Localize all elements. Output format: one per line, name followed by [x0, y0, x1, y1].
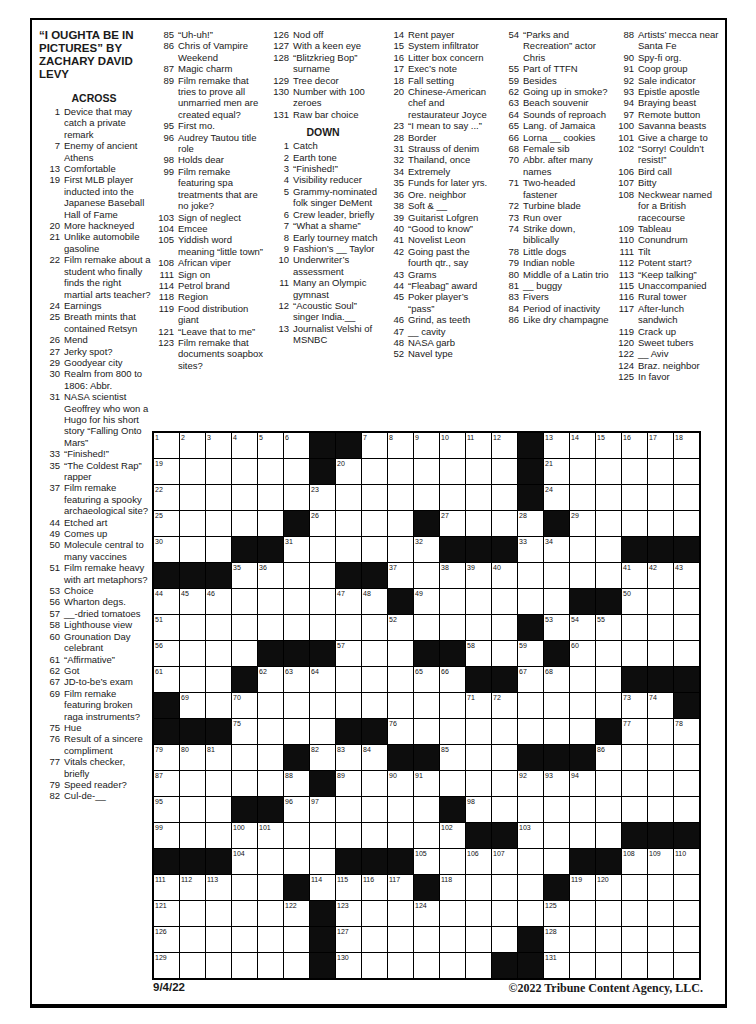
- grid-cell[interactable]: [492, 797, 517, 822]
- grid-cell[interactable]: 94: [570, 771, 595, 796]
- grid-cell[interactable]: 117: [388, 875, 413, 900]
- grid-cell[interactable]: [388, 537, 413, 562]
- grid-cell[interactable]: [362, 667, 387, 692]
- grid-cell[interactable]: 6: [284, 433, 309, 458]
- grid-cell[interactable]: [362, 693, 387, 718]
- grid-cell[interactable]: 11: [466, 433, 491, 458]
- grid-cell[interactable]: [518, 901, 543, 926]
- grid-cell[interactable]: 104: [232, 849, 257, 874]
- grid-cell[interactable]: [648, 875, 673, 900]
- grid-cell[interactable]: 125: [544, 901, 569, 926]
- grid-cell[interactable]: 27: [440, 511, 465, 536]
- grid-cell[interactable]: 31: [284, 537, 309, 562]
- grid-cell[interactable]: 19: [154, 459, 179, 484]
- grid-cell[interactable]: [232, 589, 257, 614]
- grid-cell[interactable]: [622, 459, 647, 484]
- grid-cell[interactable]: [388, 927, 413, 952]
- grid-cell[interactable]: 113: [206, 875, 231, 900]
- grid-cell[interactable]: [596, 927, 621, 952]
- grid-cell[interactable]: 49: [414, 589, 439, 614]
- grid-cell[interactable]: [284, 485, 309, 510]
- grid-cell[interactable]: [362, 953, 387, 978]
- grid-cell[interactable]: [648, 615, 673, 640]
- grid-cell[interactable]: [466, 901, 491, 926]
- grid-cell[interactable]: [414, 485, 439, 510]
- grid-cell[interactable]: [180, 901, 205, 926]
- grid-cell[interactable]: [622, 485, 647, 510]
- grid-cell[interactable]: 68: [544, 667, 569, 692]
- grid-cell[interactable]: [206, 693, 231, 718]
- grid-cell[interactable]: 108: [622, 849, 647, 874]
- grid-cell[interactable]: [232, 615, 257, 640]
- grid-cell[interactable]: [570, 901, 595, 926]
- grid-cell[interactable]: [258, 511, 283, 536]
- grid-cell[interactable]: [570, 485, 595, 510]
- grid-cell[interactable]: [336, 485, 361, 510]
- grid-cell[interactable]: [518, 849, 543, 874]
- grid-cell[interactable]: 47: [336, 589, 361, 614]
- grid-cell[interactable]: 114: [310, 875, 335, 900]
- grid-cell[interactable]: 8: [388, 433, 413, 458]
- grid-cell[interactable]: [492, 615, 517, 640]
- grid-cell[interactable]: 12: [492, 433, 517, 458]
- grid-cell[interactable]: [622, 875, 647, 900]
- grid-cell[interactable]: [388, 953, 413, 978]
- grid-cell[interactable]: [596, 641, 621, 666]
- grid-cell[interactable]: 44: [154, 589, 179, 614]
- grid-cell[interactable]: 55: [596, 615, 621, 640]
- grid-cell[interactable]: [466, 875, 491, 900]
- grid-cell[interactable]: 73: [622, 693, 647, 718]
- grid-cell[interactable]: [180, 797, 205, 822]
- grid-cell[interactable]: [414, 459, 439, 484]
- grid-cell[interactable]: 81: [206, 745, 231, 770]
- grid-cell[interactable]: 118: [440, 875, 465, 900]
- grid-cell[interactable]: 123: [336, 901, 361, 926]
- grid-cell[interactable]: [570, 797, 595, 822]
- grid-cell[interactable]: 22: [154, 485, 179, 510]
- grid-cell[interactable]: 1: [154, 433, 179, 458]
- grid-cell[interactable]: [466, 485, 491, 510]
- grid-cell[interactable]: [570, 537, 595, 562]
- grid-cell[interactable]: [362, 537, 387, 562]
- grid-cell[interactable]: 24: [544, 485, 569, 510]
- grid-cell[interactable]: 66: [440, 667, 465, 692]
- grid-cell[interactable]: [180, 537, 205, 562]
- grid-cell[interactable]: 79: [154, 745, 179, 770]
- grid-cell[interactable]: [544, 823, 569, 848]
- grid-cell[interactable]: [648, 641, 673, 666]
- grid-cell[interactable]: 3: [206, 433, 231, 458]
- grid-cell[interactable]: [310, 589, 335, 614]
- grid-cell[interactable]: [336, 511, 361, 536]
- grid-cell[interactable]: 90: [388, 771, 413, 796]
- grid-cell[interactable]: [414, 797, 439, 822]
- grid-cell[interactable]: 115: [336, 875, 361, 900]
- grid-cell[interactable]: 2: [180, 433, 205, 458]
- grid-cell[interactable]: [414, 719, 439, 744]
- grid-cell[interactable]: [206, 953, 231, 978]
- grid-cell[interactable]: [596, 459, 621, 484]
- grid-cell[interactable]: 106: [466, 849, 491, 874]
- grid-cell[interactable]: [674, 615, 699, 640]
- grid-cell[interactable]: [232, 459, 257, 484]
- grid-cell[interactable]: 98: [466, 797, 491, 822]
- grid-cell[interactable]: [492, 901, 517, 926]
- grid-cell[interactable]: 97: [310, 797, 335, 822]
- grid-cell[interactable]: [570, 563, 595, 588]
- grid-cell[interactable]: [570, 719, 595, 744]
- grid-cell[interactable]: [206, 485, 231, 510]
- grid-cell[interactable]: [310, 719, 335, 744]
- grid-cell[interactable]: [492, 459, 517, 484]
- grid-cell[interactable]: 14: [570, 433, 595, 458]
- grid-cell[interactable]: 4: [232, 433, 257, 458]
- grid-cell[interactable]: 122: [284, 901, 309, 926]
- grid-cell[interactable]: [310, 563, 335, 588]
- grid-cell[interactable]: 25: [154, 511, 179, 536]
- grid-cell[interactable]: 62: [258, 667, 283, 692]
- grid-cell[interactable]: 116: [362, 875, 387, 900]
- grid-cell[interactable]: [440, 693, 465, 718]
- grid-cell[interactable]: [596, 797, 621, 822]
- grid-cell[interactable]: [206, 511, 231, 536]
- grid-cell[interactable]: 53: [544, 615, 569, 640]
- grid-cell[interactable]: [310, 537, 335, 562]
- grid-cell[interactable]: [596, 953, 621, 978]
- grid-cell[interactable]: [258, 459, 283, 484]
- grid-cell[interactable]: [336, 667, 361, 692]
- grid-cell[interactable]: [596, 485, 621, 510]
- grid-cell[interactable]: [570, 667, 595, 692]
- grid-cell[interactable]: [258, 589, 283, 614]
- grid-cell[interactable]: 74: [648, 693, 673, 718]
- grid-cell[interactable]: 39: [466, 563, 491, 588]
- grid-cell[interactable]: [258, 719, 283, 744]
- grid-cell[interactable]: 88: [284, 771, 309, 796]
- grid-cell[interactable]: [180, 459, 205, 484]
- grid-cell[interactable]: 96: [284, 797, 309, 822]
- grid-cell[interactable]: 42: [648, 563, 673, 588]
- grid-cell[interactable]: [180, 485, 205, 510]
- grid-cell[interactable]: 111: [154, 875, 179, 900]
- grid-cell[interactable]: [284, 823, 309, 848]
- grid-cell[interactable]: 105: [414, 849, 439, 874]
- grid-cell[interactable]: 109: [648, 849, 673, 874]
- grid-cell[interactable]: 51: [154, 615, 179, 640]
- grid-cell[interactable]: [362, 641, 387, 666]
- grid-cell[interactable]: [284, 693, 309, 718]
- grid-cell[interactable]: [596, 693, 621, 718]
- grid-cell[interactable]: 126: [154, 927, 179, 952]
- grid-cell[interactable]: 69: [180, 693, 205, 718]
- grid-cell[interactable]: 101: [258, 823, 283, 848]
- grid-cell[interactable]: [544, 693, 569, 718]
- grid-cell[interactable]: 107: [492, 849, 517, 874]
- grid-cell[interactable]: [440, 615, 465, 640]
- grid-cell[interactable]: 60: [570, 641, 595, 666]
- grid-cell[interactable]: [674, 511, 699, 536]
- grid-cell[interactable]: [284, 953, 309, 978]
- grid-cell[interactable]: 86: [596, 745, 621, 770]
- grid-cell[interactable]: 64: [310, 667, 335, 692]
- grid-cell[interactable]: [674, 771, 699, 796]
- grid-cell[interactable]: [674, 459, 699, 484]
- grid-cell[interactable]: [440, 901, 465, 926]
- grid-cell[interactable]: 57: [336, 641, 361, 666]
- grid-cell[interactable]: [388, 667, 413, 692]
- grid-cell[interactable]: [180, 771, 205, 796]
- grid-cell[interactable]: [362, 485, 387, 510]
- grid-cell[interactable]: 87: [154, 771, 179, 796]
- grid-cell[interactable]: 110: [674, 849, 699, 874]
- grid-cell[interactable]: [492, 511, 517, 536]
- grid-cell[interactable]: 130: [336, 953, 361, 978]
- grid-cell[interactable]: [388, 459, 413, 484]
- grid-cell[interactable]: [258, 693, 283, 718]
- grid-cell[interactable]: [570, 953, 595, 978]
- grid-cell[interactable]: 102: [440, 823, 465, 848]
- grid-cell[interactable]: 38: [440, 563, 465, 588]
- grid-cell[interactable]: 20: [336, 459, 361, 484]
- grid-cell[interactable]: [466, 719, 491, 744]
- grid-cell[interactable]: [440, 719, 465, 744]
- grid-cell[interactable]: [206, 459, 231, 484]
- grid-cell[interactable]: 131: [544, 953, 569, 978]
- grid-cell[interactable]: [674, 901, 699, 926]
- grid-cell[interactable]: [440, 771, 465, 796]
- grid-cell[interactable]: [362, 823, 387, 848]
- grid-cell[interactable]: [518, 693, 543, 718]
- grid-cell[interactable]: [518, 589, 543, 614]
- grid-cell[interactable]: 65: [414, 667, 439, 692]
- grid-cell[interactable]: [570, 823, 595, 848]
- grid-cell[interactable]: [596, 901, 621, 926]
- grid-cell[interactable]: [336, 797, 361, 822]
- grid-cell[interactable]: [466, 771, 491, 796]
- grid-cell[interactable]: [674, 485, 699, 510]
- grid-cell[interactable]: [336, 537, 361, 562]
- grid-cell[interactable]: 58: [466, 641, 491, 666]
- grid-cell[interactable]: 15: [596, 433, 621, 458]
- grid-cell[interactable]: 9: [414, 433, 439, 458]
- grid-cell[interactable]: [388, 823, 413, 848]
- grid-cell[interactable]: [622, 927, 647, 952]
- grid-cell[interactable]: [622, 953, 647, 978]
- grid-cell[interactable]: [232, 485, 257, 510]
- grid-cell[interactable]: [258, 849, 283, 874]
- grid-cell[interactable]: [206, 823, 231, 848]
- grid-cell[interactable]: [596, 667, 621, 692]
- grid-cell[interactable]: [648, 745, 673, 770]
- grid-cell[interactable]: [362, 901, 387, 926]
- grid-cell[interactable]: [466, 459, 491, 484]
- grid-cell[interactable]: 93: [544, 771, 569, 796]
- grid-cell[interactable]: [492, 485, 517, 510]
- grid-cell[interactable]: 54: [570, 615, 595, 640]
- grid-cell[interactable]: [258, 953, 283, 978]
- grid-cell[interactable]: 41: [622, 563, 647, 588]
- grid-cell[interactable]: [206, 797, 231, 822]
- grid-cell[interactable]: 37: [388, 563, 413, 588]
- grid-cell[interactable]: [414, 615, 439, 640]
- grid-cell[interactable]: 63: [284, 667, 309, 692]
- grid-cell[interactable]: [492, 589, 517, 614]
- grid-cell[interactable]: 78: [674, 719, 699, 744]
- grid-cell[interactable]: [518, 875, 543, 900]
- grid-cell[interactable]: [518, 563, 543, 588]
- grid-cell[interactable]: [414, 563, 439, 588]
- grid-cell[interactable]: 35: [232, 563, 257, 588]
- grid-cell[interactable]: [492, 745, 517, 770]
- grid-cell[interactable]: [492, 641, 517, 666]
- grid-cell[interactable]: [258, 771, 283, 796]
- grid-cell[interactable]: [388, 511, 413, 536]
- grid-cell[interactable]: [596, 511, 621, 536]
- grid-cell[interactable]: [648, 719, 673, 744]
- grid-cell[interactable]: [206, 667, 231, 692]
- grid-cell[interactable]: [622, 511, 647, 536]
- grid-cell[interactable]: [674, 745, 699, 770]
- grid-cell[interactable]: [596, 537, 621, 562]
- grid-cell[interactable]: 34: [544, 537, 569, 562]
- grid-cell[interactable]: [622, 771, 647, 796]
- grid-cell[interactable]: [648, 511, 673, 536]
- grid-cell[interactable]: [544, 797, 569, 822]
- grid-cell[interactable]: [232, 901, 257, 926]
- grid-cell[interactable]: [180, 641, 205, 666]
- grid-cell[interactable]: [622, 797, 647, 822]
- grid-cell[interactable]: 76: [388, 719, 413, 744]
- grid-cell[interactable]: 56: [154, 641, 179, 666]
- grid-cell[interactable]: [414, 953, 439, 978]
- grid-cell[interactable]: [648, 459, 673, 484]
- grid-cell[interactable]: [258, 927, 283, 952]
- grid-cell[interactable]: 21: [544, 459, 569, 484]
- grid-cell[interactable]: [596, 563, 621, 588]
- grid-cell[interactable]: [674, 641, 699, 666]
- grid-cell[interactable]: [674, 589, 699, 614]
- grid-cell[interactable]: 61: [154, 667, 179, 692]
- grid-cell[interactable]: 26: [310, 511, 335, 536]
- grid-cell[interactable]: 46: [206, 589, 231, 614]
- grid-cell[interactable]: [596, 771, 621, 796]
- grid-cell[interactable]: [284, 849, 309, 874]
- grid-cell[interactable]: [440, 927, 465, 952]
- grid-cell[interactable]: 13: [544, 433, 569, 458]
- grid-cell[interactable]: [466, 745, 491, 770]
- grid-cell[interactable]: 84: [362, 745, 387, 770]
- grid-cell[interactable]: [388, 641, 413, 666]
- grid-cell[interactable]: [258, 901, 283, 926]
- grid-cell[interactable]: [414, 927, 439, 952]
- grid-cell[interactable]: 48: [362, 589, 387, 614]
- grid-cell[interactable]: [310, 615, 335, 640]
- grid-cell[interactable]: [232, 771, 257, 796]
- grid-cell[interactable]: 52: [388, 615, 413, 640]
- grid-cell[interactable]: 120: [596, 875, 621, 900]
- grid-cell[interactable]: [388, 901, 413, 926]
- grid-cell[interactable]: [206, 615, 231, 640]
- grid-cell[interactable]: [388, 797, 413, 822]
- grid-cell[interactable]: [258, 615, 283, 640]
- grid-cell[interactable]: 70: [232, 693, 257, 718]
- grid-cell[interactable]: [674, 797, 699, 822]
- grid-cell[interactable]: 99: [154, 823, 179, 848]
- grid-cell[interactable]: [232, 953, 257, 978]
- grid-cell[interactable]: [362, 771, 387, 796]
- grid-cell[interactable]: [258, 875, 283, 900]
- grid-cell[interactable]: [180, 927, 205, 952]
- grid-cell[interactable]: 80: [180, 745, 205, 770]
- grid-cell[interactable]: 71: [466, 693, 491, 718]
- grid-cell[interactable]: [232, 927, 257, 952]
- grid-cell[interactable]: [284, 719, 309, 744]
- grid-cell[interactable]: [388, 485, 413, 510]
- grid-cell[interactable]: 45: [180, 589, 205, 614]
- grid-cell[interactable]: 10: [440, 433, 465, 458]
- grid-cell[interactable]: [362, 927, 387, 952]
- grid-cell[interactable]: [492, 719, 517, 744]
- grid-cell[interactable]: [622, 641, 647, 666]
- grid-cell[interactable]: [232, 745, 257, 770]
- grid-cell[interactable]: 40: [492, 563, 517, 588]
- grid-cell[interactable]: [622, 901, 647, 926]
- grid-cell[interactable]: [466, 953, 491, 978]
- grid-cell[interactable]: [232, 875, 257, 900]
- grid-cell[interactable]: 124: [414, 901, 439, 926]
- grid-cell[interactable]: [206, 771, 231, 796]
- grid-cell[interactable]: [570, 927, 595, 952]
- grid-cell[interactable]: [362, 459, 387, 484]
- grid-cell[interactable]: [674, 927, 699, 952]
- grid-cell[interactable]: [362, 615, 387, 640]
- grid-cell[interactable]: [310, 823, 335, 848]
- grid-cell[interactable]: [440, 459, 465, 484]
- grid-cell[interactable]: 29: [570, 511, 595, 536]
- grid-cell[interactable]: 43: [674, 563, 699, 588]
- grid-cell[interactable]: 103: [518, 823, 543, 848]
- grid-cell[interactable]: 7: [362, 433, 387, 458]
- grid-cell[interactable]: 33: [518, 537, 543, 562]
- grid-cell[interactable]: [362, 797, 387, 822]
- grid-cell[interactable]: 23: [310, 485, 335, 510]
- grid-cell[interactable]: [544, 849, 569, 874]
- grid-cell[interactable]: [284, 459, 309, 484]
- grid-cell[interactable]: [258, 485, 283, 510]
- grid-cell[interactable]: [544, 719, 569, 744]
- grid-cell[interactable]: [336, 823, 361, 848]
- grid-cell[interactable]: [388, 693, 413, 718]
- grid-cell[interactable]: 16: [622, 433, 647, 458]
- grid-cell[interactable]: [206, 927, 231, 952]
- grid-cell[interactable]: [674, 875, 699, 900]
- grid-cell[interactable]: [284, 615, 309, 640]
- grid-cell[interactable]: 18: [674, 433, 699, 458]
- grid-cell[interactable]: 72: [492, 693, 517, 718]
- grid-cell[interactable]: [648, 589, 673, 614]
- grid-cell[interactable]: [440, 485, 465, 510]
- grid-cell[interactable]: [284, 927, 309, 952]
- grid-cell[interactable]: 85: [440, 745, 465, 770]
- grid-cell[interactable]: [180, 615, 205, 640]
- grid-cell[interactable]: 119: [570, 875, 595, 900]
- grid-cell[interactable]: [414, 693, 439, 718]
- grid-cell[interactable]: [258, 745, 283, 770]
- grid-cell[interactable]: 95: [154, 797, 179, 822]
- grid-cell[interactable]: [206, 537, 231, 562]
- grid-cell[interactable]: 82: [310, 745, 335, 770]
